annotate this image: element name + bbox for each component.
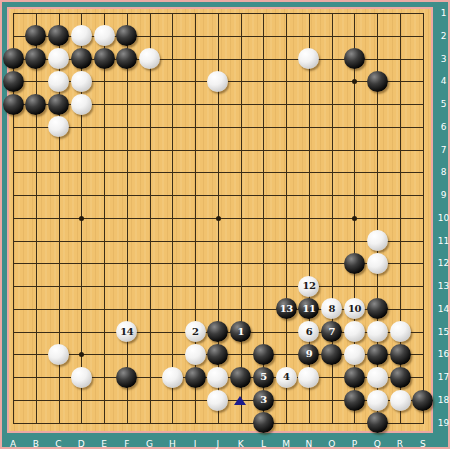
stone-black-Q19 — [367, 412, 388, 433]
stone-white-N17 — [298, 367, 319, 388]
stone-black-P12 — [344, 253, 365, 274]
stone-black-P3 — [344, 48, 365, 69]
col-label-C: C — [51, 438, 67, 449]
row-label-11: 11 — [436, 235, 450, 247]
stone-black-C2 — [48, 25, 69, 46]
stone-black-C5 — [48, 94, 69, 115]
stone-white-D17 — [71, 367, 92, 388]
row-label-15: 15 — [436, 326, 450, 338]
star-point-D16 — [79, 352, 84, 357]
stone-black-L18: 3 — [253, 390, 274, 411]
stone-black-B3 — [25, 48, 46, 69]
stone-black-A3 — [3, 48, 24, 69]
stone-black-N16: 9 — [298, 344, 319, 365]
col-label-E: E — [96, 438, 112, 449]
col-label-F: F — [119, 438, 135, 449]
stone-black-L17: 5 — [253, 367, 274, 388]
move-number-label: 13 — [280, 304, 293, 314]
go-board[interactable]: 1213118101421679543 — [7, 7, 433, 433]
stone-white-Q18 — [367, 390, 388, 411]
col-label-I: I — [187, 438, 203, 449]
stone-white-Q11 — [367, 230, 388, 251]
col-label-M: M — [278, 438, 294, 449]
stone-white-D5 — [71, 94, 92, 115]
stone-black-J16 — [207, 344, 228, 365]
move-number-label: 4 — [283, 372, 289, 382]
stone-black-K17 — [230, 367, 251, 388]
stone-white-F15: 14 — [116, 321, 137, 342]
stone-black-A5 — [3, 94, 24, 115]
triangle-marker-K18 — [234, 396, 246, 405]
move-number-label: 9 — [306, 349, 312, 359]
stone-white-N15: 6 — [298, 321, 319, 342]
stone-white-C16 — [48, 344, 69, 365]
stone-black-E3 — [94, 48, 115, 69]
col-label-H: H — [164, 438, 180, 449]
stone-white-C6 — [48, 116, 69, 137]
row-label-16: 16 — [436, 348, 450, 360]
stone-white-E2 — [94, 25, 115, 46]
move-number-label: 3 — [260, 395, 266, 405]
stone-white-C3 — [48, 48, 69, 69]
stone-white-I15: 2 — [185, 321, 206, 342]
stone-black-M14: 13 — [276, 298, 297, 319]
stone-black-F3 — [116, 48, 137, 69]
move-number-label: 2 — [192, 327, 198, 337]
col-label-R: R — [392, 438, 408, 449]
stone-white-O14: 8 — [321, 298, 342, 319]
col-label-S: S — [415, 438, 431, 449]
stone-white-N3 — [298, 48, 319, 69]
stone-black-I17 — [185, 367, 206, 388]
star-point-D10 — [79, 216, 84, 221]
row-label-9: 9 — [436, 189, 450, 201]
row-label-13: 13 — [436, 280, 450, 292]
go-diagram-window: 1213118101421679543 ABCDEFGHIJKLMNOPQRS … — [0, 0, 450, 449]
stone-black-Q4 — [367, 71, 388, 92]
row-label-17: 17 — [436, 371, 450, 383]
stone-white-R18 — [390, 390, 411, 411]
stone-white-Q12 — [367, 253, 388, 274]
row-label-4: 4 — [436, 75, 450, 87]
row-label-7: 7 — [436, 144, 450, 156]
stone-white-J4 — [207, 71, 228, 92]
row-label-10: 10 — [436, 212, 450, 224]
stone-white-M17: 4 — [276, 367, 297, 388]
stone-black-R16 — [390, 344, 411, 365]
stone-black-D3 — [71, 48, 92, 69]
stone-black-O15: 7 — [321, 321, 342, 342]
col-label-N: N — [301, 438, 317, 449]
col-label-K: K — [233, 438, 249, 449]
star-point-J10 — [216, 216, 221, 221]
move-number-label: 14 — [120, 327, 133, 337]
stone-white-P15 — [344, 321, 365, 342]
row-label-19: 19 — [436, 417, 450, 429]
row-label-3: 3 — [436, 53, 450, 65]
stone-black-F2 — [116, 25, 137, 46]
stone-black-A4 — [3, 71, 24, 92]
move-number-label: 8 — [328, 304, 334, 314]
row-label-18: 18 — [436, 394, 450, 406]
move-number-label: 12 — [302, 281, 315, 291]
stone-black-K15: 1 — [230, 321, 251, 342]
stone-black-P17 — [344, 367, 365, 388]
move-number-label: 7 — [328, 327, 334, 337]
stone-white-Q15 — [367, 321, 388, 342]
row-label-14: 14 — [436, 303, 450, 315]
row-label-5: 5 — [436, 98, 450, 110]
move-number-label: 11 — [302, 304, 315, 314]
stone-white-Q17 — [367, 367, 388, 388]
col-label-O: O — [324, 438, 340, 449]
move-number-label: 10 — [348, 304, 361, 314]
stone-black-R17 — [390, 367, 411, 388]
stone-white-D4 — [71, 71, 92, 92]
stone-white-P14: 10 — [344, 298, 365, 319]
stone-white-R15 — [390, 321, 411, 342]
stone-white-I16 — [185, 344, 206, 365]
stone-white-P16 — [344, 344, 365, 365]
stone-white-G3 — [139, 48, 160, 69]
star-point-P4 — [352, 79, 357, 84]
col-label-A: A — [5, 438, 21, 449]
stone-black-S18 — [412, 390, 433, 411]
stone-black-O16 — [321, 344, 342, 365]
star-point-P10 — [352, 216, 357, 221]
stone-white-J18 — [207, 390, 228, 411]
stone-black-Q16 — [367, 344, 388, 365]
col-label-B: B — [28, 438, 44, 449]
stone-black-P18 — [344, 390, 365, 411]
stone-black-L16 — [253, 344, 274, 365]
col-label-G: G — [142, 438, 158, 449]
stone-black-F17 — [116, 367, 137, 388]
row-label-8: 8 — [436, 166, 450, 178]
row-label-12: 12 — [436, 257, 450, 269]
move-number-label: 6 — [306, 327, 312, 337]
col-label-Q: Q — [369, 438, 385, 449]
stone-black-B2 — [25, 25, 46, 46]
stone-white-H17 — [162, 367, 183, 388]
col-label-L: L — [255, 438, 271, 449]
table-background: 1213118101421679543 ABCDEFGHIJKLMNOPQRS … — [2, 2, 448, 447]
col-label-P: P — [346, 438, 362, 449]
stone-black-N14: 11 — [298, 298, 319, 319]
stone-white-D2 — [71, 25, 92, 46]
stone-black-Q14 — [367, 298, 388, 319]
board-grid[interactable]: 1213118101421679543 — [13, 13, 424, 424]
row-label-6: 6 — [436, 121, 450, 133]
row-label-1: 1 — [436, 7, 450, 19]
move-number-label: 5 — [260, 372, 266, 382]
stone-black-L19 — [253, 412, 274, 433]
stone-black-J15 — [207, 321, 228, 342]
row-label-2: 2 — [436, 30, 450, 42]
col-label-D: D — [73, 438, 89, 449]
stone-black-B5 — [25, 94, 46, 115]
stone-white-N13: 12 — [298, 276, 319, 297]
stone-white-J17 — [207, 367, 228, 388]
move-number-label: 1 — [237, 327, 243, 337]
col-label-J: J — [210, 438, 226, 449]
stone-white-C4 — [48, 71, 69, 92]
